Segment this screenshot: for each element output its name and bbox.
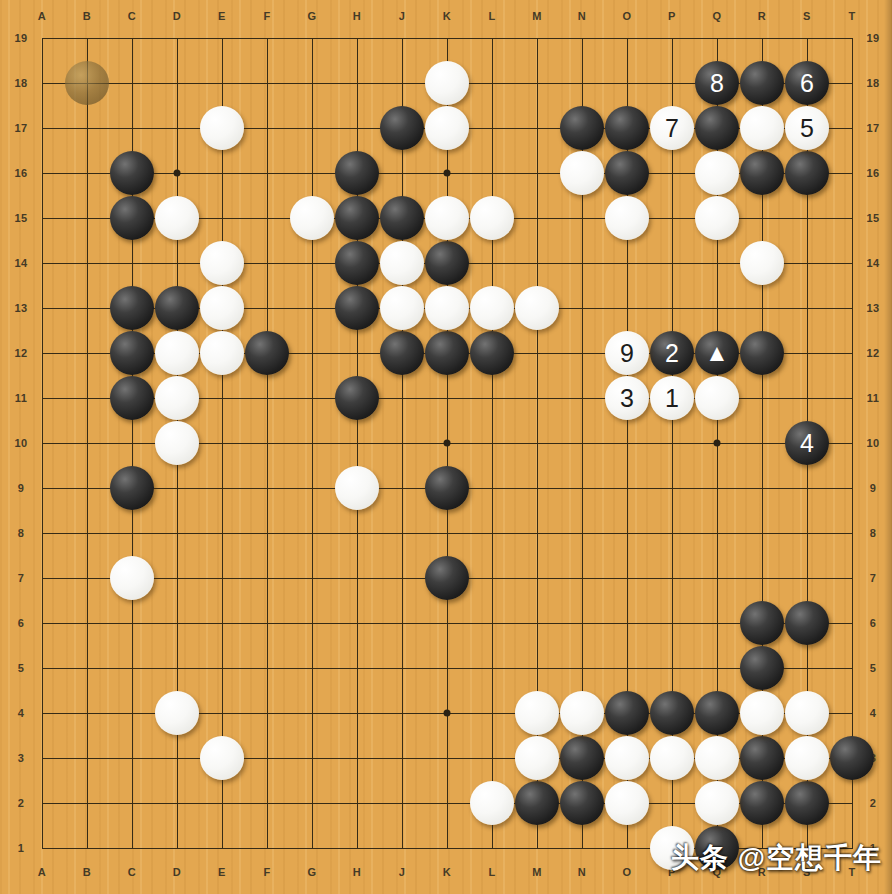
black-stone: [695, 106, 739, 150]
black-stone: [335, 376, 379, 420]
coord-label: 8: [870, 527, 877, 539]
black-stone: [110, 376, 154, 420]
triangle-marker: ▲: [705, 341, 729, 365]
coord-label: 18: [14, 77, 27, 89]
white-stone: [155, 331, 199, 375]
white-stone: [785, 691, 829, 735]
white-stone: [515, 691, 559, 735]
coord-label: 17: [866, 122, 879, 134]
coord-label: 4: [18, 707, 25, 719]
black-stone: [380, 106, 424, 150]
coord-label: K: [443, 10, 451, 22]
coord-label: N: [578, 866, 586, 878]
coord-label: 6: [18, 617, 25, 629]
coord-label: C: [128, 866, 136, 878]
coord-label: B: [83, 10, 91, 22]
white-stone: [695, 376, 739, 420]
black-stone: [425, 556, 469, 600]
go-app-screenshot: AABBCCDDEEFFGGHHJJKKLLMMNNOOPPQQRRSSTT19…: [0, 0, 892, 894]
white-stone: [335, 466, 379, 510]
star-point: [174, 170, 181, 177]
coord-label: 10: [14, 437, 27, 449]
black-stone: [335, 286, 379, 330]
move-number-label: 2: [665, 341, 679, 366]
black-stone: [560, 106, 604, 150]
coord-label: J: [399, 866, 406, 878]
coord-label: 13: [866, 302, 879, 314]
black-stone: [605, 151, 649, 195]
coord-label: 15: [14, 212, 27, 224]
coord-label: N: [578, 10, 586, 22]
star-point: [444, 440, 451, 447]
coord-label: E: [218, 10, 226, 22]
coord-label: 4: [870, 707, 877, 719]
coord-label: F: [263, 866, 270, 878]
white-stone: [200, 736, 244, 780]
coord-label: L: [488, 866, 495, 878]
white-stone: [605, 781, 649, 825]
move-number-label: 6: [800, 71, 814, 96]
white-stone: [695, 736, 739, 780]
coord-label: 15: [866, 212, 879, 224]
white-stone: [200, 331, 244, 375]
coord-label: 19: [14, 32, 27, 44]
coord-label: Q: [712, 10, 721, 22]
coord-label: 3: [18, 752, 25, 764]
coord-label: 12: [14, 347, 27, 359]
coord-label: R: [758, 10, 766, 22]
white-stone: 5: [785, 106, 829, 150]
coord-label: 12: [866, 347, 879, 359]
coord-label: 7: [18, 572, 25, 584]
watermark: 头条 @空想千年: [671, 839, 882, 877]
coord-label: E: [218, 866, 226, 878]
move-number-label: 8: [710, 71, 724, 96]
black-stone: [245, 331, 289, 375]
white-stone: [380, 286, 424, 330]
black-stone: [110, 151, 154, 195]
black-stone: [785, 781, 829, 825]
coord-label: A: [38, 10, 46, 22]
black-stone: [380, 196, 424, 240]
white-stone: 7: [650, 106, 694, 150]
black-stone: [110, 331, 154, 375]
move-number-label: 9: [620, 341, 634, 366]
black-stone: ▲: [695, 331, 739, 375]
coord-label: D: [173, 10, 181, 22]
coord-label: D: [173, 866, 181, 878]
star-point: [714, 440, 721, 447]
coord-label: M: [532, 10, 542, 22]
move-number-label: 1: [665, 386, 679, 411]
white-stone: [785, 736, 829, 780]
black-stone: [560, 736, 604, 780]
black-stone: [560, 781, 604, 825]
move-number-label: 3: [620, 386, 634, 411]
white-stone: [200, 106, 244, 150]
white-stone: 9: [605, 331, 649, 375]
coord-label: 9: [18, 482, 25, 494]
coord-label: 14: [14, 257, 27, 269]
black-stone: [740, 736, 784, 780]
black-stone: 6: [785, 61, 829, 105]
white-stone: [740, 691, 784, 735]
coord-label: F: [263, 10, 270, 22]
black-stone: [425, 466, 469, 510]
coord-label: 13: [14, 302, 27, 314]
move-number-label: 7: [665, 116, 679, 141]
black-stone: [110, 466, 154, 510]
coord-label: 5: [870, 662, 877, 674]
black-stone: [335, 241, 379, 285]
white-stone: [695, 151, 739, 195]
coord-label: L: [488, 10, 495, 22]
white-stone: [200, 241, 244, 285]
black-stone: [650, 691, 694, 735]
coord-label: 9: [870, 482, 877, 494]
coord-label: 6: [870, 617, 877, 629]
coord-label: 7: [870, 572, 877, 584]
coord-label: 11: [15, 392, 28, 404]
coord-label: 2: [18, 797, 25, 809]
coord-label: 5: [18, 662, 25, 674]
white-stone: [560, 691, 604, 735]
white-stone: [425, 286, 469, 330]
white-stone: [740, 241, 784, 285]
star-point: [444, 710, 451, 717]
coord-label: 17: [14, 122, 27, 134]
white-stone: [605, 196, 649, 240]
white-stone: 3: [605, 376, 649, 420]
coord-label: 18: [866, 77, 879, 89]
black-stone: [785, 151, 829, 195]
black-stone: [425, 241, 469, 285]
white-stone: [200, 286, 244, 330]
coord-label: O: [622, 866, 631, 878]
white-stone: [470, 196, 514, 240]
white-stone: [155, 421, 199, 465]
black-stone: [110, 196, 154, 240]
coord-label: 19: [866, 32, 879, 44]
white-stone: [605, 736, 649, 780]
coord-label: O: [622, 10, 631, 22]
white-stone: [515, 736, 559, 780]
coord-label: M: [532, 866, 542, 878]
coord-label: 10: [866, 437, 879, 449]
coord-label: H: [353, 10, 361, 22]
white-stone: [695, 196, 739, 240]
black-stone: [155, 286, 199, 330]
black-stone: [695, 691, 739, 735]
coord-label: 2: [870, 797, 877, 809]
coord-label: S: [803, 10, 811, 22]
coord-label: A: [38, 866, 46, 878]
black-stone: [380, 331, 424, 375]
white-stone: [155, 196, 199, 240]
black-stone: [740, 151, 784, 195]
ghost-stone-preview: [65, 61, 109, 105]
white-stone: 1: [650, 376, 694, 420]
coord-label: G: [307, 866, 316, 878]
white-stone: [650, 736, 694, 780]
black-stone: 2: [650, 331, 694, 375]
move-number-label: 5: [800, 116, 814, 141]
black-stone: [605, 106, 649, 150]
white-stone: [695, 781, 739, 825]
black-stone: [740, 331, 784, 375]
white-stone: [425, 61, 469, 105]
black-stone: 4: [785, 421, 829, 465]
white-stone: [470, 286, 514, 330]
white-stone: [155, 376, 199, 420]
black-stone: [740, 601, 784, 645]
black-stone: [605, 691, 649, 735]
white-stone: [155, 691, 199, 735]
star-point: [444, 170, 451, 177]
black-stone: [335, 196, 379, 240]
coord-label: B: [83, 866, 91, 878]
coord-label: C: [128, 10, 136, 22]
black-stone: [830, 736, 874, 780]
black-stone: [740, 781, 784, 825]
coord-label: T: [848, 10, 855, 22]
black-stone: [110, 286, 154, 330]
black-stone: [740, 646, 784, 690]
black-stone: [335, 151, 379, 195]
coord-label: 14: [866, 257, 879, 269]
black-stone: 8: [695, 61, 739, 105]
black-stone: [470, 331, 514, 375]
white-stone: [290, 196, 334, 240]
black-stone: [515, 781, 559, 825]
coord-label: 16: [866, 167, 879, 179]
white-stone: [470, 781, 514, 825]
coord-label: 11: [867, 392, 880, 404]
coord-label: 1: [18, 842, 25, 854]
coord-label: 8: [18, 527, 25, 539]
coord-label: K: [443, 866, 451, 878]
white-stone: [380, 241, 424, 285]
move-number-label: 4: [800, 431, 814, 456]
black-stone: [740, 61, 784, 105]
white-stone: [425, 106, 469, 150]
white-stone: [425, 196, 469, 240]
white-stone: [110, 556, 154, 600]
black-stone: [785, 601, 829, 645]
coord-label: 16: [14, 167, 27, 179]
white-stone: [560, 151, 604, 195]
coord-label: P: [668, 10, 676, 22]
black-stone: [425, 331, 469, 375]
coord-label: H: [353, 866, 361, 878]
coord-label: J: [399, 10, 406, 22]
white-stone: [515, 286, 559, 330]
white-stone: [740, 106, 784, 150]
coord-label: G: [307, 10, 316, 22]
